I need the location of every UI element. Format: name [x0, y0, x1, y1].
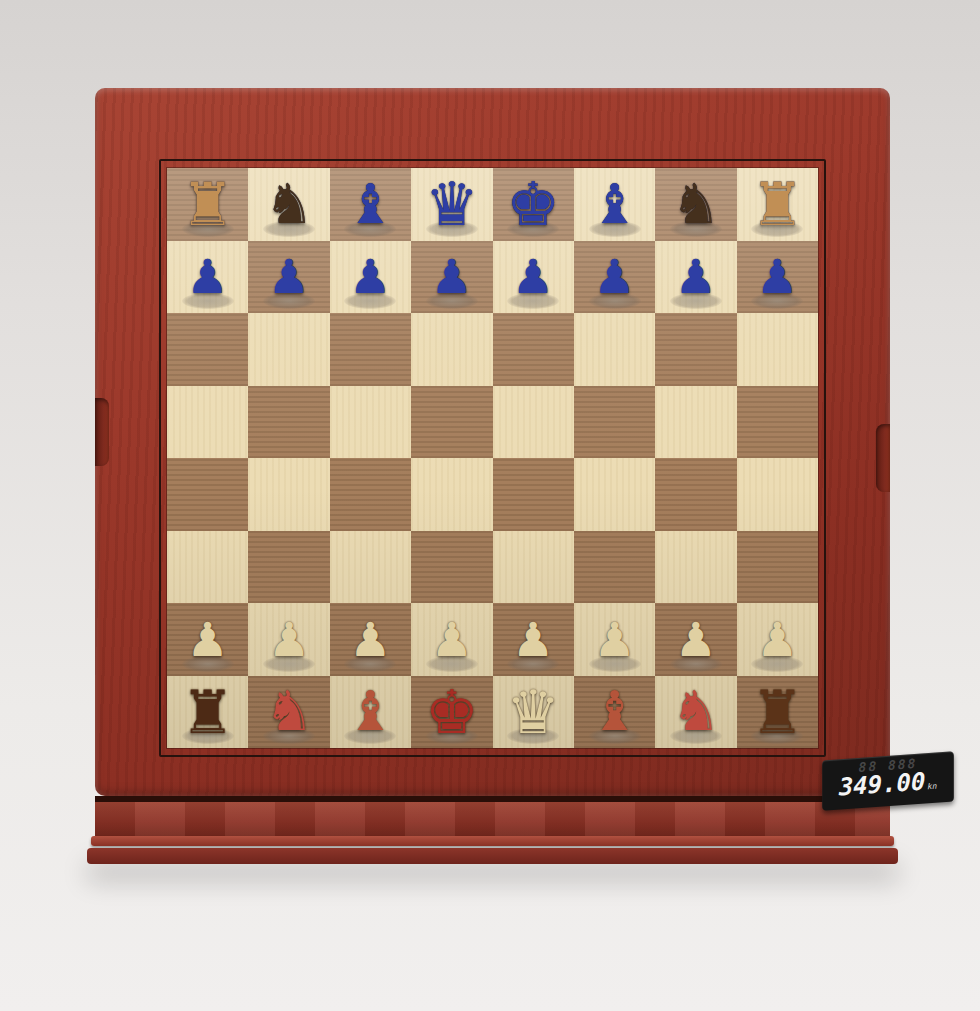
black-pawn-f7[interactable]: ♟ — [574, 241, 655, 314]
black-rook-a8[interactable]: ♜ — [167, 168, 248, 241]
white-pawn-d2[interactable]: ♟ — [411, 603, 492, 676]
square-b8[interactable]: ♞ — [248, 168, 329, 241]
square-c3[interactable] — [330, 531, 411, 604]
box-front-face — [95, 796, 890, 874]
product-photo-scene: ♜♞♝♛♚♝♞♜♟♟♟♟♟♟♟♟♟♟♟♟♟♟♟♟♜♞♝♚♛♝♞♜ 88 888 … — [0, 0, 980, 1011]
box-base — [87, 848, 898, 864]
square-a6[interactable] — [167, 313, 248, 386]
square-a7[interactable]: ♟ — [167, 241, 248, 314]
price-tag: 88 888 349.00kn — [822, 751, 954, 810]
square-e8[interactable]: ♚ — [493, 168, 574, 241]
square-c4[interactable] — [330, 458, 411, 531]
square-d7[interactable]: ♟ — [411, 241, 492, 314]
square-d5[interactable] — [411, 386, 492, 459]
square-e3[interactable] — [493, 531, 574, 604]
black-rook-h8[interactable]: ♜ — [737, 168, 818, 241]
white-pawn-b2[interactable]: ♟ — [248, 603, 329, 676]
square-h5[interactable] — [737, 386, 818, 459]
right-handle-notch — [876, 424, 890, 492]
square-h8[interactable]: ♜ — [737, 168, 818, 241]
black-bishop-c8[interactable]: ♝ — [330, 168, 411, 241]
square-c8[interactable]: ♝ — [330, 168, 411, 241]
black-king-e8[interactable]: ♚ — [493, 168, 574, 241]
black-pawn-a7[interactable]: ♟ — [167, 241, 248, 314]
white-rook-a1[interactable]: ♜ — [167, 676, 248, 749]
black-queen-d8[interactable]: ♛ — [411, 168, 492, 241]
black-pawn-c7[interactable]: ♟ — [330, 241, 411, 314]
white-pawn-f2[interactable]: ♟ — [574, 603, 655, 676]
white-pawn-h2[interactable]: ♟ — [737, 603, 818, 676]
square-a1[interactable]: ♜ — [167, 676, 248, 749]
black-pawn-e7[interactable]: ♟ — [493, 241, 574, 314]
square-d1[interactable]: ♚ — [411, 676, 492, 749]
white-pawn-a2[interactable]: ♟ — [167, 603, 248, 676]
square-d4[interactable] — [411, 458, 492, 531]
price-value: 349.00 — [839, 767, 925, 801]
white-queen-e1[interactable]: ♛ — [493, 676, 574, 749]
chess-box-board: ♜♞♝♛♚♝♞♜♟♟♟♟♟♟♟♟♟♟♟♟♟♟♟♟♜♞♝♚♛♝♞♜ — [95, 88, 890, 796]
square-f2[interactable]: ♟ — [574, 603, 655, 676]
square-h1[interactable]: ♜ — [737, 676, 818, 749]
square-e6[interactable] — [493, 313, 574, 386]
square-c2[interactable]: ♟ — [330, 603, 411, 676]
box-molding — [91, 836, 894, 846]
square-g2[interactable]: ♟ — [655, 603, 736, 676]
square-c5[interactable] — [330, 386, 411, 459]
white-bishop-c1[interactable]: ♝ — [330, 676, 411, 749]
square-h7[interactable]: ♟ — [737, 241, 818, 314]
square-g1[interactable]: ♞ — [655, 676, 736, 749]
box-face — [95, 802, 890, 836]
square-a2[interactable]: ♟ — [167, 603, 248, 676]
square-f5[interactable] — [574, 386, 655, 459]
square-a3[interactable] — [167, 531, 248, 604]
square-h6[interactable] — [737, 313, 818, 386]
board-squares: ♜♞♝♛♚♝♞♜♟♟♟♟♟♟♟♟♟♟♟♟♟♟♟♟♜♞♝♚♛♝♞♜ — [167, 168, 818, 748]
black-pawn-b7[interactable]: ♟ — [248, 241, 329, 314]
square-a4[interactable] — [167, 458, 248, 531]
square-g4[interactable] — [655, 458, 736, 531]
square-h3[interactable] — [737, 531, 818, 604]
square-h2[interactable]: ♟ — [737, 603, 818, 676]
white-knight-g1[interactable]: ♞ — [655, 676, 736, 749]
left-handle-notch — [95, 398, 109, 466]
white-knight-b1[interactable]: ♞ — [248, 676, 329, 749]
square-e7[interactable]: ♟ — [493, 241, 574, 314]
white-king-d1[interactable]: ♚ — [411, 676, 492, 749]
square-f1[interactable]: ♝ — [574, 676, 655, 749]
white-pawn-c2[interactable]: ♟ — [330, 603, 411, 676]
square-g5[interactable] — [655, 386, 736, 459]
square-b1[interactable]: ♞ — [248, 676, 329, 749]
square-a8[interactable]: ♜ — [167, 168, 248, 241]
square-f3[interactable] — [574, 531, 655, 604]
price-currency: kn — [927, 782, 937, 792]
black-knight-b8[interactable]: ♞ — [248, 168, 329, 241]
square-b2[interactable]: ♟ — [248, 603, 329, 676]
square-e5[interactable] — [493, 386, 574, 459]
square-e4[interactable] — [493, 458, 574, 531]
square-f6[interactable] — [574, 313, 655, 386]
square-f7[interactable]: ♟ — [574, 241, 655, 314]
square-c7[interactable]: ♟ — [330, 241, 411, 314]
square-d3[interactable] — [411, 531, 492, 604]
black-bishop-f8[interactable]: ♝ — [574, 168, 655, 241]
square-e2[interactable]: ♟ — [493, 603, 574, 676]
square-b4[interactable] — [248, 458, 329, 531]
square-b7[interactable]: ♟ — [248, 241, 329, 314]
square-d8[interactable]: ♛ — [411, 168, 492, 241]
square-b5[interactable] — [248, 386, 329, 459]
square-g3[interactable] — [655, 531, 736, 604]
square-c1[interactable]: ♝ — [330, 676, 411, 749]
white-pawn-g2[interactable]: ♟ — [655, 603, 736, 676]
square-f8[interactable]: ♝ — [574, 168, 655, 241]
square-e1[interactable]: ♛ — [493, 676, 574, 749]
square-b3[interactable] — [248, 531, 329, 604]
black-pawn-d7[interactable]: ♟ — [411, 241, 492, 314]
white-pawn-e2[interactable]: ♟ — [493, 603, 574, 676]
square-c6[interactable] — [330, 313, 411, 386]
black-pawn-h7[interactable]: ♟ — [737, 241, 818, 314]
square-g7[interactable]: ♟ — [655, 241, 736, 314]
square-h4[interactable] — [737, 458, 818, 531]
black-knight-g8[interactable]: ♞ — [655, 168, 736, 241]
square-g6[interactable] — [655, 313, 736, 386]
square-f4[interactable] — [574, 458, 655, 531]
square-a5[interactable] — [167, 386, 248, 459]
white-bishop-f1[interactable]: ♝ — [574, 676, 655, 749]
square-d6[interactable] — [411, 313, 492, 386]
square-d2[interactable]: ♟ — [411, 603, 492, 676]
white-rook-h1[interactable]: ♜ — [737, 676, 818, 749]
black-pawn-g7[interactable]: ♟ — [655, 241, 736, 314]
square-g8[interactable]: ♞ — [655, 168, 736, 241]
square-b6[interactable] — [248, 313, 329, 386]
